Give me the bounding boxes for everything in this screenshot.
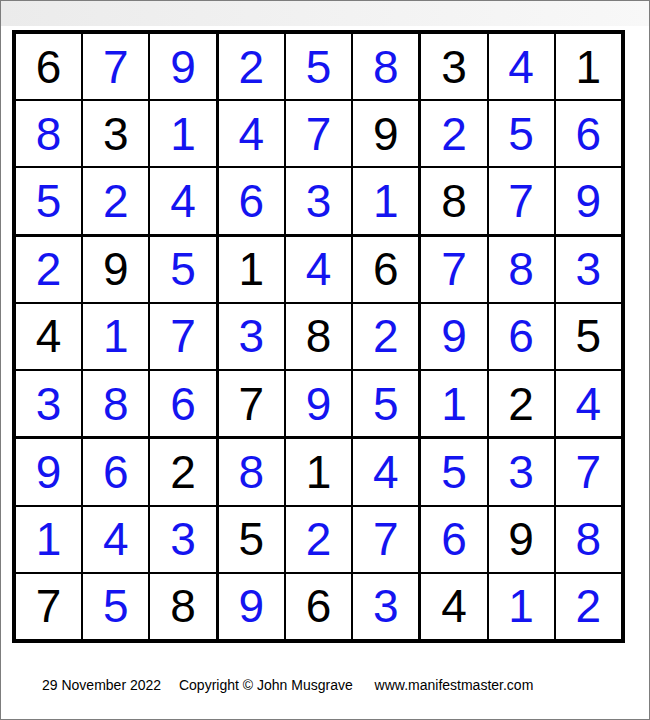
cell-r8c5: 2 [286,507,351,572]
sudoku-box-1: 679831524 [16,34,216,234]
cell-r2c8: 5 [489,101,554,166]
cell-r4c7: 7 [421,237,486,302]
sudoku-box-5: 146382795 [219,237,419,437]
cell-r5c2: 1 [83,304,148,369]
cell-r5c6: 2 [353,304,418,369]
cell-r2c1: 8 [16,101,81,166]
footer-website: www.manifestmaster.com [375,677,534,693]
cell-r5c7: 9 [421,304,486,369]
cell-r4c4: 1 [219,237,284,302]
cell-r8c7: 6 [421,507,486,572]
cell-r7c6: 4 [353,439,418,504]
cell-r7c3: 2 [150,439,215,504]
footer: 29 November 2022 Copyright © John Musgra… [42,677,533,693]
cell-r3c3: 4 [150,168,215,233]
cell-r7c7: 5 [421,439,486,504]
cell-r9c7: 4 [421,574,486,639]
cell-r7c8: 3 [489,439,554,504]
cell-r3c5: 3 [286,168,351,233]
cell-r3c4: 6 [219,168,284,233]
cell-r5c8: 6 [489,304,554,369]
cell-r9c2: 5 [83,574,148,639]
cell-r8c1: 1 [16,507,81,572]
cell-r6c9: 4 [556,371,621,436]
cell-r7c1: 9 [16,439,81,504]
cell-r9c5: 6 [286,574,351,639]
cell-r1c7: 3 [421,34,486,99]
cell-r3c1: 5 [16,168,81,233]
cell-r6c2: 8 [83,371,148,436]
cell-r1c2: 7 [83,34,148,99]
cell-r1c6: 8 [353,34,418,99]
cell-r2c4: 4 [219,101,284,166]
cell-r6c5: 9 [286,371,351,436]
cell-r3c2: 2 [83,168,148,233]
cell-r8c6: 7 [353,507,418,572]
cell-r1c4: 2 [219,34,284,99]
cell-r7c4: 8 [219,439,284,504]
cell-r5c4: 3 [219,304,284,369]
cell-r6c3: 6 [150,371,215,436]
cell-r2c6: 9 [353,101,418,166]
cell-r8c8: 9 [489,507,554,572]
sudoku-grid: 6798315242584796313412568792954173861463… [12,30,625,643]
sudoku-box-9: 537698412 [421,439,621,639]
window-top-strip [1,1,649,26]
cell-r7c9: 7 [556,439,621,504]
sudoku-box-4: 295417386 [16,237,216,437]
cell-r4c3: 5 [150,237,215,302]
footer-copyright: Copyright © John Musgrave [179,677,353,693]
cell-r4c5: 4 [286,237,351,302]
cell-r3c7: 8 [421,168,486,233]
cell-r1c5: 5 [286,34,351,99]
cell-r1c9: 1 [556,34,621,99]
cell-r2c2: 3 [83,101,148,166]
cell-r7c2: 6 [83,439,148,504]
cell-r8c2: 4 [83,507,148,572]
cell-r1c8: 4 [489,34,554,99]
cell-r9c9: 2 [556,574,621,639]
cell-r6c6: 5 [353,371,418,436]
cell-r2c3: 1 [150,101,215,166]
cell-r8c3: 3 [150,507,215,572]
cell-r4c2: 9 [83,237,148,302]
cell-r1c1: 6 [16,34,81,99]
cell-r5c1: 4 [16,304,81,369]
cell-r9c4: 9 [219,574,284,639]
cell-r2c7: 2 [421,101,486,166]
sudoku-box-2: 258479631 [219,34,419,234]
footer-date: 29 November 2022 [42,677,161,693]
cell-r1c3: 9 [150,34,215,99]
page: 6798315242584796313412568792954173861463… [0,0,650,720]
cell-r3c9: 9 [556,168,621,233]
cell-r4c6: 6 [353,237,418,302]
cell-r4c1: 2 [16,237,81,302]
cell-r2c5: 7 [286,101,351,166]
cell-r6c1: 3 [16,371,81,436]
cell-r9c8: 1 [489,574,554,639]
cell-r5c5: 8 [286,304,351,369]
cell-r9c6: 3 [353,574,418,639]
cell-r8c4: 5 [219,507,284,572]
cell-r6c4: 7 [219,371,284,436]
sudoku-box-6: 783965124 [421,237,621,437]
sudoku-box-7: 962143758 [16,439,216,639]
sudoku-box-8: 814527963 [219,439,419,639]
cell-r4c8: 8 [489,237,554,302]
cell-r5c9: 5 [556,304,621,369]
cell-r3c6: 1 [353,168,418,233]
cell-r7c5: 1 [286,439,351,504]
cell-r2c9: 6 [556,101,621,166]
cell-r4c9: 3 [556,237,621,302]
sudoku-box-3: 341256879 [421,34,621,234]
cell-r6c8: 2 [489,371,554,436]
cell-r9c3: 8 [150,574,215,639]
cell-r5c3: 7 [150,304,215,369]
cell-r3c8: 7 [489,168,554,233]
cell-r8c9: 8 [556,507,621,572]
cell-r6c7: 1 [421,371,486,436]
cell-r9c1: 7 [16,574,81,639]
